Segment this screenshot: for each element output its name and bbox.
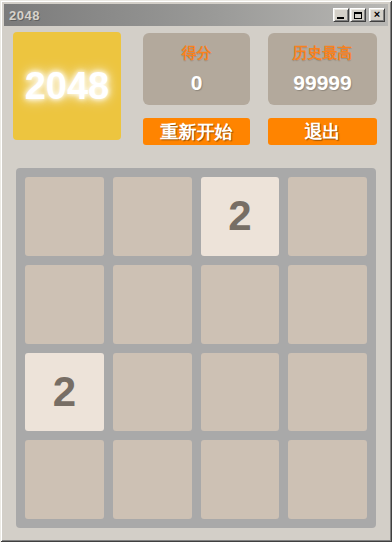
score-box: 得分 0 bbox=[143, 33, 250, 105]
window-title: 2048 bbox=[9, 8, 40, 23]
titlebar[interactable]: 2048 × bbox=[4, 4, 388, 26]
game-logo: 2048 bbox=[13, 32, 121, 140]
game-board: 22 bbox=[16, 168, 376, 528]
close-button[interactable]: × bbox=[369, 8, 385, 22]
empty-cell bbox=[201, 265, 280, 344]
window-controls: × bbox=[332, 8, 385, 22]
tile-2: 2 bbox=[201, 177, 280, 256]
app-window: 2048 × 2048 得分 0 历史最高 99999 重新开始 退出 22 bbox=[0, 0, 392, 542]
score-label: 得分 bbox=[182, 44, 212, 63]
exit-button[interactable]: 退出 bbox=[268, 118, 377, 145]
empty-cell bbox=[288, 265, 367, 344]
empty-cell bbox=[113, 353, 192, 432]
restart-button[interactable]: 重新开始 bbox=[143, 118, 250, 145]
empty-cell bbox=[288, 177, 367, 256]
minimize-icon bbox=[337, 17, 344, 19]
close-icon: × bbox=[374, 9, 380, 20]
empty-cell bbox=[201, 353, 280, 432]
maximize-button[interactable] bbox=[350, 8, 366, 22]
empty-cell bbox=[25, 440, 104, 519]
empty-cell bbox=[113, 177, 192, 256]
tile-2: 2 bbox=[25, 353, 104, 432]
minimize-button[interactable] bbox=[333, 8, 349, 22]
empty-cell bbox=[113, 440, 192, 519]
empty-cell bbox=[25, 265, 104, 344]
best-score-box: 历史最高 99999 bbox=[268, 33, 377, 105]
score-value: 0 bbox=[191, 71, 203, 95]
empty-cell bbox=[201, 440, 280, 519]
best-score-value: 99999 bbox=[293, 71, 351, 95]
best-score-label: 历史最高 bbox=[293, 44, 353, 63]
empty-cell bbox=[113, 265, 192, 344]
empty-cell bbox=[288, 353, 367, 432]
maximize-icon bbox=[354, 12, 362, 19]
empty-cell bbox=[25, 177, 104, 256]
empty-cell bbox=[288, 440, 367, 519]
